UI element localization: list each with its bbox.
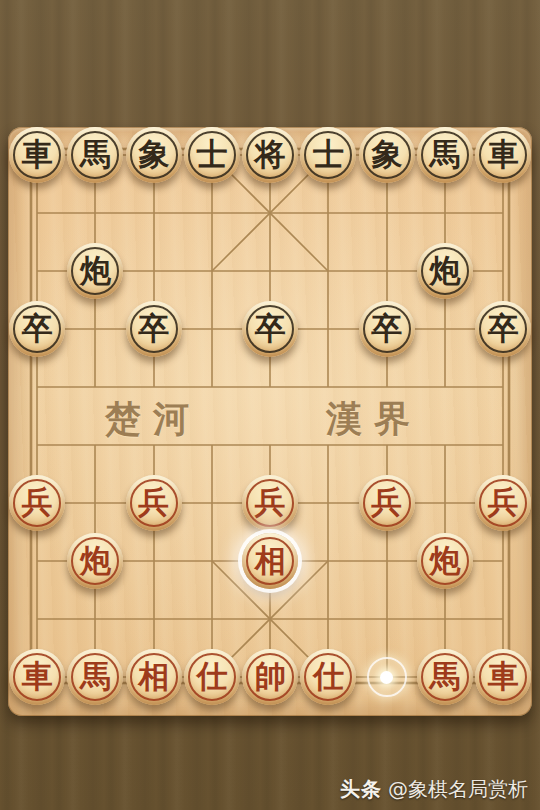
app-background: 楚河 漢界 車馬象士将士象馬車炮炮卒卒卒卒卒兵兵兵兵兵炮相炮車馬相仕帥仕馬車 头… — [0, 0, 540, 810]
piece-glyph: 卒 — [138, 313, 169, 344]
board-cell[interactable] — [474, 358, 532, 416]
piece-red-soldier[interactable]: 兵 — [9, 475, 65, 531]
board-cell[interactable] — [416, 300, 474, 358]
board-cell[interactable] — [474, 184, 532, 242]
piece-black-cannon[interactable]: 炮 — [67, 243, 123, 299]
piece-glyph: 卒 — [22, 313, 53, 344]
board-cell[interactable] — [8, 532, 66, 590]
piece-red-soldier[interactable]: 兵 — [359, 475, 415, 531]
board-cell[interactable] — [241, 416, 299, 474]
board-cell[interactable] — [66, 358, 124, 416]
piece-red-general[interactable]: 帥 — [242, 649, 298, 705]
board-cell[interactable] — [125, 358, 183, 416]
board-cell[interactable] — [183, 474, 241, 532]
watermark-brand-logo: 头条 — [340, 776, 382, 803]
piece-black-advisor[interactable]: 士 — [300, 127, 356, 183]
board-cell[interactable] — [66, 300, 124, 358]
board-cell[interactable]: 士 — [299, 126, 357, 184]
board-cell[interactable] — [125, 532, 183, 590]
piece-red-elephant[interactable]: 相 — [242, 533, 298, 589]
board-cell[interactable] — [66, 474, 124, 532]
board-cell[interactable]: 兵 — [358, 474, 416, 532]
piece-glyph: 象 — [371, 139, 402, 170]
piece-red-cannon[interactable]: 炮 — [67, 533, 123, 589]
board-cell[interactable] — [416, 416, 474, 474]
board-cell[interactable] — [474, 532, 532, 590]
board-cell[interactable] — [416, 358, 474, 416]
piece-black-horse[interactable]: 馬 — [417, 127, 473, 183]
board-cell[interactable] — [358, 242, 416, 300]
piece-glyph: 炮 — [80, 545, 111, 576]
piece-red-advisor[interactable]: 仕 — [300, 649, 356, 705]
board-cell[interactable] — [241, 242, 299, 300]
board-cell[interactable]: 車 — [474, 648, 532, 706]
piece-red-horse[interactable]: 馬 — [67, 649, 123, 705]
piece-black-general[interactable]: 将 — [242, 127, 298, 183]
piece-glyph: 仕 — [313, 661, 344, 692]
board-cell[interactable]: 兵 — [474, 474, 532, 532]
board-cell[interactable] — [474, 590, 532, 648]
piece-glyph: 兵 — [22, 487, 53, 518]
origin-dot — [380, 671, 393, 684]
board-cell[interactable] — [183, 242, 241, 300]
board-cell[interactable] — [8, 184, 66, 242]
board-cell[interactable]: 馬 — [416, 648, 474, 706]
piece-glyph: 象 — [138, 139, 169, 170]
piece-red-soldier[interactable]: 兵 — [475, 475, 531, 531]
board-cell[interactable] — [8, 416, 66, 474]
piece-glyph: 相 — [255, 545, 286, 576]
piece-black-elephant[interactable]: 象 — [359, 127, 415, 183]
piece-black-chariot[interactable]: 車 — [475, 127, 531, 183]
last-move-origin-marker — [367, 657, 407, 697]
piece-red-cannon[interactable]: 炮 — [417, 533, 473, 589]
board-cell[interactable] — [299, 242, 357, 300]
board-cell[interactable] — [299, 590, 357, 648]
board-cell[interactable] — [358, 532, 416, 590]
piece-glyph: 士 — [313, 139, 344, 170]
board-cell[interactable] — [474, 416, 532, 474]
piece-red-chariot[interactable]: 車 — [9, 649, 65, 705]
board-cell[interactable] — [125, 242, 183, 300]
board-cell[interactable] — [183, 300, 241, 358]
piece-black-soldier[interactable]: 卒 — [359, 301, 415, 357]
piece-glyph: 馬 — [429, 139, 460, 170]
board-cell[interactable]: 馬 — [66, 126, 124, 184]
piece-glyph: 車 — [488, 139, 519, 170]
board-cell[interactable] — [299, 416, 357, 474]
board-cell[interactable]: 卒 — [125, 300, 183, 358]
board-cell[interactable] — [358, 416, 416, 474]
board-cell[interactable] — [358, 648, 416, 706]
piece-glyph: 馬 — [80, 139, 111, 170]
piece-glyph: 卒 — [371, 313, 402, 344]
piece-glyph: 兵 — [255, 487, 286, 518]
board-cell[interactable] — [183, 416, 241, 474]
board-cell[interactable] — [125, 416, 183, 474]
board-cell[interactable]: 将 — [241, 126, 299, 184]
board-cell[interactable] — [241, 358, 299, 416]
board-cell[interactable]: 相 — [241, 532, 299, 590]
board-cell[interactable]: 象 — [125, 126, 183, 184]
watermark: 头条 @象棋名局赏析 — [340, 776, 528, 803]
board-cell[interactable]: 象 — [358, 126, 416, 184]
board-cell[interactable]: 兵 — [125, 474, 183, 532]
piece-black-advisor[interactable]: 士 — [184, 127, 240, 183]
board-cell[interactable] — [358, 358, 416, 416]
piece-black-soldier[interactable]: 卒 — [126, 301, 182, 357]
board-cell[interactable]: 車 — [8, 648, 66, 706]
watermark-handle: @象棋名局赏析 — [388, 776, 528, 803]
piece-glyph: 兵 — [138, 487, 169, 518]
board-cell[interactable] — [183, 590, 241, 648]
board-cell[interactable]: 卒 — [8, 300, 66, 358]
board-cell[interactable]: 炮 — [66, 242, 124, 300]
piece-glyph: 車 — [22, 139, 53, 170]
board-cell[interactable] — [416, 474, 474, 532]
board-cell[interactable]: 馬 — [416, 126, 474, 184]
board-cell[interactable]: 車 — [8, 126, 66, 184]
piece-black-horse[interactable]: 馬 — [67, 127, 123, 183]
board-cell[interactable] — [358, 590, 416, 648]
board-cell[interactable]: 兵 — [8, 474, 66, 532]
board-cell[interactable]: 炮 — [416, 532, 474, 590]
piece-glyph: 馬 — [80, 661, 111, 692]
piece-black-soldier[interactable]: 卒 — [475, 301, 531, 357]
board-cell[interactable]: 仕 — [183, 648, 241, 706]
board-cell[interactable] — [416, 590, 474, 648]
board-cell[interactable] — [299, 358, 357, 416]
piece-red-soldier[interactable]: 兵 — [126, 475, 182, 531]
piece-black-cannon[interactable]: 炮 — [417, 243, 473, 299]
piece-red-soldier[interactable]: 兵 — [242, 475, 298, 531]
board-cell[interactable] — [358, 184, 416, 242]
piece-red-elephant[interactable]: 相 — [126, 649, 182, 705]
piece-glyph: 炮 — [429, 545, 460, 576]
board-cell[interactable]: 炮 — [66, 532, 124, 590]
board-cell[interactable]: 卒 — [241, 300, 299, 358]
board-cell[interactable] — [241, 184, 299, 242]
piece-red-advisor[interactable]: 仕 — [184, 649, 240, 705]
board-cell[interactable] — [66, 184, 124, 242]
board-cell[interactable] — [474, 242, 532, 300]
piece-red-chariot[interactable]: 車 — [475, 649, 531, 705]
board-cell[interactable] — [416, 184, 474, 242]
piece-black-soldier[interactable]: 卒 — [9, 301, 65, 357]
board-cell[interactable]: 卒 — [358, 300, 416, 358]
piece-glyph: 卒 — [488, 313, 519, 344]
board-cell[interactable] — [299, 300, 357, 358]
board-cell[interactable] — [183, 184, 241, 242]
board-cell[interactable]: 兵 — [241, 474, 299, 532]
piece-glyph: 炮 — [429, 255, 460, 286]
board-cell[interactable] — [299, 474, 357, 532]
board-cell[interactable] — [183, 532, 241, 590]
piece-glyph: 炮 — [80, 255, 111, 286]
board-cell[interactable] — [66, 590, 124, 648]
board-cell[interactable]: 車 — [474, 126, 532, 184]
piece-glyph: 車 — [488, 661, 519, 692]
piece-grid: 車馬象士将士象馬車炮炮卒卒卒卒卒兵兵兵兵兵炮相炮車馬相仕帥仕馬車 — [8, 126, 532, 706]
board-cell[interactable] — [183, 358, 241, 416]
board-cell[interactable] — [8, 242, 66, 300]
piece-glyph: 馬 — [429, 661, 460, 692]
piece-black-chariot[interactable]: 車 — [9, 127, 65, 183]
board-cell[interactable] — [8, 358, 66, 416]
piece-glyph: 車 — [22, 661, 53, 692]
piece-glyph: 兵 — [488, 487, 519, 518]
piece-glyph: 兵 — [371, 487, 402, 518]
board-cell[interactable]: 馬 — [66, 648, 124, 706]
piece-red-horse[interactable]: 馬 — [417, 649, 473, 705]
piece-glyph: 帥 — [255, 661, 286, 692]
board-cell[interactable]: 帥 — [241, 648, 299, 706]
board-cell[interactable]: 仕 — [299, 648, 357, 706]
piece-black-elephant[interactable]: 象 — [126, 127, 182, 183]
piece-glyph: 士 — [196, 139, 227, 170]
board-cell[interactable] — [66, 416, 124, 474]
board-cell[interactable]: 相 — [125, 648, 183, 706]
piece-glyph: 相 — [138, 661, 169, 692]
board-cell[interactable]: 炮 — [416, 242, 474, 300]
board-cell[interactable]: 卒 — [474, 300, 532, 358]
board-cell[interactable] — [125, 184, 183, 242]
piece-glyph: 卒 — [255, 313, 286, 344]
board-cell[interactable] — [8, 590, 66, 648]
piece-black-soldier[interactable]: 卒 — [242, 301, 298, 357]
board-cell[interactable]: 士 — [183, 126, 241, 184]
board-cell[interactable] — [299, 532, 357, 590]
board-cell[interactable] — [241, 590, 299, 648]
board-cell[interactable] — [125, 590, 183, 648]
piece-glyph: 将 — [255, 139, 286, 170]
piece-glyph: 仕 — [196, 661, 227, 692]
board-cell[interactable] — [299, 184, 357, 242]
